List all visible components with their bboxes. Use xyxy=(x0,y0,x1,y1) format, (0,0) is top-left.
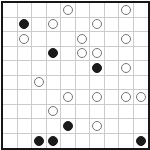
cell-r4c4[interactable] xyxy=(47,47,62,62)
white-pearl xyxy=(77,34,87,44)
cell-r2c8[interactable] xyxy=(105,18,120,33)
cell-r3c8[interactable] xyxy=(105,32,120,47)
cell-r6c5[interactable] xyxy=(61,76,76,91)
cell-r5c5[interactable] xyxy=(61,61,76,76)
cell-r2c4[interactable] xyxy=(47,18,62,33)
cell-r3c5[interactable] xyxy=(61,32,76,47)
cell-r9c6[interactable] xyxy=(76,119,91,134)
white-pearl xyxy=(121,34,131,44)
cell-r8c7[interactable] xyxy=(90,105,105,120)
cell-r10c7[interactable] xyxy=(90,134,105,149)
cell-r8c9[interactable] xyxy=(119,105,134,120)
black-pearl xyxy=(136,136,146,146)
cell-r10c8[interactable] xyxy=(105,134,120,149)
cell-r1c10[interactable] xyxy=(134,3,149,18)
black-pearl xyxy=(92,63,102,73)
white-pearl xyxy=(92,19,102,29)
cell-r6c3[interactable] xyxy=(32,76,47,91)
masyu-board xyxy=(1,1,150,150)
cell-r5c8[interactable] xyxy=(105,61,120,76)
cell-r7c8[interactable] xyxy=(105,90,120,105)
cell-r8c2[interactable] xyxy=(18,105,33,120)
cell-r2c2[interactable] xyxy=(18,18,33,33)
cell-r1c5[interactable] xyxy=(61,3,76,18)
cell-r1c1[interactable] xyxy=(3,3,18,18)
cell-r4c10[interactable] xyxy=(134,47,149,62)
cell-r3c1[interactable] xyxy=(3,32,18,47)
cell-r1c9[interactable] xyxy=(119,3,134,18)
cell-r9c4[interactable] xyxy=(47,119,62,134)
cell-r5c9[interactable] xyxy=(119,61,134,76)
cell-r10c6[interactable] xyxy=(76,134,91,149)
white-pearl xyxy=(34,77,44,87)
black-pearl xyxy=(48,48,58,58)
cell-r7c7[interactable] xyxy=(90,90,105,105)
cell-r8c10[interactable] xyxy=(134,105,149,120)
cell-r4c2[interactable] xyxy=(18,47,33,62)
white-pearl xyxy=(92,121,102,131)
cell-r10c5[interactable] xyxy=(61,134,76,149)
cell-r8c3[interactable] xyxy=(32,105,47,120)
cell-r2c3[interactable] xyxy=(32,18,47,33)
masyu-puzzle xyxy=(0,0,150,150)
cell-r7c9[interactable] xyxy=(119,90,134,105)
white-pearl xyxy=(19,34,29,44)
white-pearl xyxy=(121,92,131,102)
cell-r3c7[interactable] xyxy=(90,32,105,47)
cell-r5c3[interactable] xyxy=(32,61,47,76)
cell-r6c7[interactable] xyxy=(90,76,105,91)
cell-r6c1[interactable] xyxy=(3,76,18,91)
cell-r1c3[interactable] xyxy=(32,3,47,18)
cell-r7c10[interactable] xyxy=(134,90,149,105)
cell-r7c3[interactable] xyxy=(32,90,47,105)
black-pearl xyxy=(63,121,73,131)
cell-r2c6[interactable] xyxy=(76,18,91,33)
cell-r3c3[interactable] xyxy=(32,32,47,47)
cell-r5c2[interactable] xyxy=(18,61,33,76)
cell-r2c9[interactable] xyxy=(119,18,134,33)
black-pearl xyxy=(48,136,58,146)
cell-r9c7[interactable] xyxy=(90,119,105,134)
cell-r3c4[interactable] xyxy=(47,32,62,47)
cell-r7c4[interactable] xyxy=(47,90,62,105)
cell-r1c8[interactable] xyxy=(105,3,120,18)
cell-r4c6[interactable] xyxy=(76,47,91,62)
white-pearl xyxy=(121,5,131,15)
cell-r3c6[interactable] xyxy=(76,32,91,47)
cell-r1c2[interactable] xyxy=(18,3,33,18)
white-pearl xyxy=(48,106,58,116)
cell-r9c10[interactable] xyxy=(134,119,149,134)
cell-r3c10[interactable] xyxy=(134,32,149,47)
cell-r5c10[interactable] xyxy=(134,61,149,76)
cell-r8c6[interactable] xyxy=(76,105,91,120)
black-pearl xyxy=(34,136,44,146)
cell-r10c3[interactable] xyxy=(32,134,47,149)
cell-r9c3[interactable] xyxy=(32,119,47,134)
cell-r9c2[interactable] xyxy=(18,119,33,134)
cell-r6c2[interactable] xyxy=(18,76,33,91)
cell-r6c9[interactable] xyxy=(119,76,134,91)
white-pearl xyxy=(136,92,146,102)
cell-r4c8[interactable] xyxy=(105,47,120,62)
cell-r4c7[interactable] xyxy=(90,47,105,62)
cell-r7c2[interactable] xyxy=(18,90,33,105)
cell-r5c6[interactable] xyxy=(76,61,91,76)
cell-r10c1[interactable] xyxy=(3,134,18,149)
white-pearl xyxy=(92,48,102,58)
cell-r7c6[interactable] xyxy=(76,90,91,105)
cell-r3c9[interactable] xyxy=(119,32,134,47)
cell-r10c9[interactable] xyxy=(119,134,134,149)
black-pearl xyxy=(19,19,29,29)
cell-r1c6[interactable] xyxy=(76,3,91,18)
cell-r7c5[interactable] xyxy=(61,90,76,105)
cell-r4c9[interactable] xyxy=(119,47,134,62)
white-pearl xyxy=(77,48,87,58)
cell-r5c1[interactable] xyxy=(3,61,18,76)
cell-r9c5[interactable] xyxy=(61,119,76,134)
cell-r8c1[interactable] xyxy=(3,105,18,120)
cell-r9c8[interactable] xyxy=(105,119,120,134)
cell-r9c1[interactable] xyxy=(3,119,18,134)
cell-r7c1[interactable] xyxy=(3,90,18,105)
cell-r2c7[interactable] xyxy=(90,18,105,33)
cell-r8c4[interactable] xyxy=(47,105,62,120)
white-pearl xyxy=(121,63,131,73)
cell-r6c10[interactable] xyxy=(134,76,149,91)
cell-r2c5[interactable] xyxy=(61,18,76,33)
cell-r1c7[interactable] xyxy=(90,3,105,18)
white-pearl xyxy=(63,92,73,102)
cell-r10c2[interactable] xyxy=(18,134,33,149)
white-pearl xyxy=(92,92,102,102)
cell-r2c10[interactable] xyxy=(134,18,149,33)
cell-r2c1[interactable] xyxy=(3,18,18,33)
cell-r5c4[interactable] xyxy=(47,61,62,76)
white-pearl xyxy=(48,19,58,29)
cell-r6c6[interactable] xyxy=(76,76,91,91)
cell-r1c4[interactable] xyxy=(47,3,62,18)
cell-r9c9[interactable] xyxy=(119,119,134,134)
cell-r8c5[interactable] xyxy=(61,105,76,120)
cell-r5c7[interactable] xyxy=(90,61,105,76)
cell-r4c1[interactable] xyxy=(3,47,18,62)
cell-r10c4[interactable] xyxy=(47,134,62,149)
cell-r4c3[interactable] xyxy=(32,47,47,62)
white-pearl xyxy=(63,5,73,15)
cell-r3c2[interactable] xyxy=(18,32,33,47)
cell-r4c5[interactable] xyxy=(61,47,76,62)
cell-r6c4[interactable] xyxy=(47,76,62,91)
cell-r8c8[interactable] xyxy=(105,105,120,120)
cell-r6c8[interactable] xyxy=(105,76,120,91)
cell-r10c10[interactable] xyxy=(134,134,149,149)
